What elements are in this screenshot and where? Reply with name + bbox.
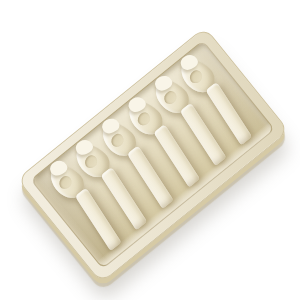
scene: [0, 0, 300, 300]
wave-contour-notch: [109, 132, 126, 149]
wave-contour-notch: [83, 153, 100, 170]
wave-contour-notch: [187, 68, 204, 85]
tray-well: [30, 40, 275, 269]
wave-contour-notch: [56, 174, 73, 191]
wave-contour-notch: [135, 111, 152, 128]
pulp-tray: [17, 27, 289, 283]
wave-contour-notch: [161, 89, 178, 106]
